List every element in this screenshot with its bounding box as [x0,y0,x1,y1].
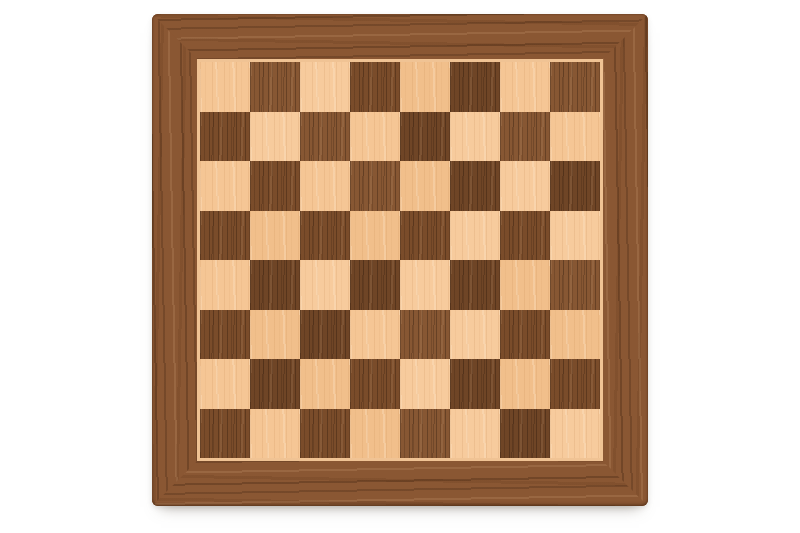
square-f5 [450,211,500,261]
square-f4 [450,260,500,310]
maple-inlay-line [197,59,603,461]
square-e7 [400,112,450,162]
square-g3 [500,310,550,360]
square-g1 [500,409,550,459]
square-c7 [300,112,350,162]
square-c3 [300,310,350,360]
square-g8 [500,62,550,112]
square-f3 [450,310,500,360]
square-h5 [550,211,600,261]
square-a1 [200,409,250,459]
square-c8 [300,62,350,112]
square-h1 [550,409,600,459]
chess-board [152,14,648,506]
square-a5 [200,211,250,261]
square-g2 [500,359,550,409]
square-e4 [400,260,450,310]
square-c5 [300,211,350,261]
square-e6 [400,161,450,211]
square-c1 [300,409,350,459]
square-e8 [400,62,450,112]
square-b4 [250,260,300,310]
square-d7 [350,112,400,162]
square-f6 [450,161,500,211]
square-e3 [400,310,450,360]
square-b7 [250,112,300,162]
square-f8 [450,62,500,112]
square-g6 [500,161,550,211]
square-g7 [500,112,550,162]
page-background [0,0,800,533]
square-e5 [400,211,450,261]
square-g4 [500,260,550,310]
square-b8 [250,62,300,112]
square-e2 [400,359,450,409]
square-d3 [350,310,400,360]
square-d1 [350,409,400,459]
square-c6 [300,161,350,211]
square-h3 [550,310,600,360]
board-squares [200,62,600,458]
square-b3 [250,310,300,360]
square-h4 [550,260,600,310]
square-h2 [550,359,600,409]
square-c2 [300,359,350,409]
square-f7 [450,112,500,162]
square-a3 [200,310,250,360]
square-b2 [250,359,300,409]
square-b5 [250,211,300,261]
square-f2 [450,359,500,409]
square-h7 [550,112,600,162]
square-a8 [200,62,250,112]
square-a4 [200,260,250,310]
square-d2 [350,359,400,409]
square-g5 [500,211,550,261]
square-a2 [200,359,250,409]
square-d8 [350,62,400,112]
square-b1 [250,409,300,459]
square-d4 [350,260,400,310]
square-a7 [200,112,250,162]
square-b6 [250,161,300,211]
square-e1 [400,409,450,459]
square-f1 [450,409,500,459]
square-h8 [550,62,600,112]
square-h6 [550,161,600,211]
square-a6 [200,161,250,211]
square-d5 [350,211,400,261]
square-d6 [350,161,400,211]
square-c4 [300,260,350,310]
